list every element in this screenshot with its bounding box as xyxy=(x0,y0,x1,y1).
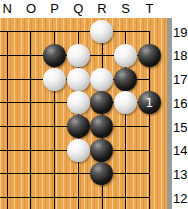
col-label-O: O xyxy=(22,1,40,17)
stone-R15-black[interactable] xyxy=(90,115,113,138)
stone-S17-black[interactable] xyxy=(114,68,137,91)
intersection-O16[interactable] xyxy=(19,91,43,115)
intersection-P19[interactable] xyxy=(43,20,67,44)
row-label-14: 14 xyxy=(173,144,188,158)
stone-R17-white[interactable] xyxy=(90,68,113,91)
intersection-N12[interactable] xyxy=(0,186,19,209)
intersection-Q14[interactable] xyxy=(66,138,90,162)
stone-Q17-white[interactable] xyxy=(67,68,90,91)
intersection-S16[interactable] xyxy=(114,91,138,115)
col-label-S: S xyxy=(117,1,135,17)
intersection-S13[interactable] xyxy=(114,162,138,186)
intersection-R12[interactable] xyxy=(90,186,114,209)
row-label-12: 12 xyxy=(173,192,188,206)
col-label-R: R xyxy=(93,1,111,17)
intersection-Q19[interactable] xyxy=(66,20,90,44)
board-grid[interactable]: 1 xyxy=(0,20,161,209)
row-label-18: 18 xyxy=(173,49,188,63)
row-label-19: 19 xyxy=(173,26,188,40)
stone-P17-white[interactable] xyxy=(43,68,66,91)
intersection-T19[interactable] xyxy=(138,20,162,44)
intersection-O15[interactable] xyxy=(19,115,43,139)
intersection-P15[interactable] xyxy=(43,115,67,139)
stone-P18-black[interactable] xyxy=(43,44,66,67)
intersection-O13[interactable] xyxy=(19,162,43,186)
row-label-13: 13 xyxy=(173,168,188,182)
intersection-Q18[interactable] xyxy=(66,44,90,68)
intersection-O17[interactable] xyxy=(19,67,43,91)
intersection-T12[interactable] xyxy=(138,186,162,209)
col-label-N: N xyxy=(0,1,16,17)
intersection-N18[interactable] xyxy=(0,44,19,68)
intersection-Q15[interactable] xyxy=(66,115,90,139)
intersection-S18[interactable] xyxy=(114,44,138,68)
intersection-N19[interactable] xyxy=(0,20,19,44)
intersection-S19[interactable] xyxy=(114,20,138,44)
intersection-T14[interactable] xyxy=(138,138,162,162)
stone-Q15-black[interactable] xyxy=(67,115,90,138)
intersection-O19[interactable] xyxy=(19,20,43,44)
intersection-S14[interactable] xyxy=(114,138,138,162)
intersection-T16[interactable]: 1 xyxy=(138,91,162,115)
intersection-P17[interactable] xyxy=(43,67,67,91)
intersection-Q17[interactable] xyxy=(66,67,90,91)
intersection-R18[interactable] xyxy=(90,44,114,68)
intersection-O12[interactable] xyxy=(19,186,43,209)
row-labels: 1918171615141312 xyxy=(172,0,188,209)
marked-stone-T16-black[interactable]: 1 xyxy=(138,91,161,114)
intersection-P13[interactable] xyxy=(43,162,67,186)
intersection-N15[interactable] xyxy=(0,115,19,139)
stone-R13-black[interactable] xyxy=(90,162,113,185)
go-board-diagram: NOPQRST 1 1918171615141312 xyxy=(0,0,188,209)
intersection-Q12[interactable] xyxy=(66,186,90,209)
intersection-N13[interactable] xyxy=(0,162,19,186)
intersection-N17[interactable] xyxy=(0,67,19,91)
intersection-S15[interactable] xyxy=(114,115,138,139)
intersection-N14[interactable] xyxy=(0,138,19,162)
move-number-label: 1 xyxy=(146,97,154,109)
intersection-T15[interactable] xyxy=(138,115,162,139)
intersection-R17[interactable] xyxy=(90,67,114,91)
row-label-17: 17 xyxy=(173,73,188,87)
stone-Q18-white[interactable] xyxy=(67,44,90,67)
intersection-O18[interactable] xyxy=(19,44,43,68)
intersection-R14[interactable] xyxy=(90,138,114,162)
intersection-T18[interactable] xyxy=(138,44,162,68)
intersection-T13[interactable] xyxy=(138,162,162,186)
intersection-Q13[interactable] xyxy=(66,162,90,186)
stone-Q16-white[interactable] xyxy=(67,91,90,114)
intersection-O14[interactable] xyxy=(19,138,43,162)
row-label-15: 15 xyxy=(173,121,188,135)
col-label-T: T xyxy=(140,1,158,17)
stone-Q14-white[interactable] xyxy=(67,139,90,162)
intersection-N16[interactable] xyxy=(0,91,19,115)
stone-R14-black[interactable] xyxy=(90,139,113,162)
stone-S18-white[interactable] xyxy=(114,44,137,67)
intersection-R19[interactable] xyxy=(90,20,114,44)
intersection-S17[interactable] xyxy=(114,67,138,91)
stone-R19-white[interactable] xyxy=(90,20,113,43)
intersection-R15[interactable] xyxy=(90,115,114,139)
col-label-Q: Q xyxy=(69,1,87,17)
intersection-R16[interactable] xyxy=(90,91,114,115)
stone-T18-black[interactable] xyxy=(138,44,161,67)
stone-S16-white[interactable] xyxy=(114,91,137,114)
intersection-S12[interactable] xyxy=(114,186,138,209)
col-label-P: P xyxy=(46,1,64,17)
intersection-P18[interactable] xyxy=(43,44,67,68)
intersection-Q16[interactable] xyxy=(66,91,90,115)
intersection-R13[interactable] xyxy=(90,162,114,186)
intersection-P14[interactable] xyxy=(43,138,67,162)
intersection-P12[interactable] xyxy=(43,186,67,209)
row-label-16: 16 xyxy=(173,97,188,111)
column-labels: NOPQRST xyxy=(0,0,188,18)
intersection-P16[interactable] xyxy=(43,91,67,115)
stone-R16-black[interactable] xyxy=(90,91,113,114)
intersection-T17[interactable] xyxy=(138,67,162,91)
board-wood: 1 xyxy=(0,18,167,209)
